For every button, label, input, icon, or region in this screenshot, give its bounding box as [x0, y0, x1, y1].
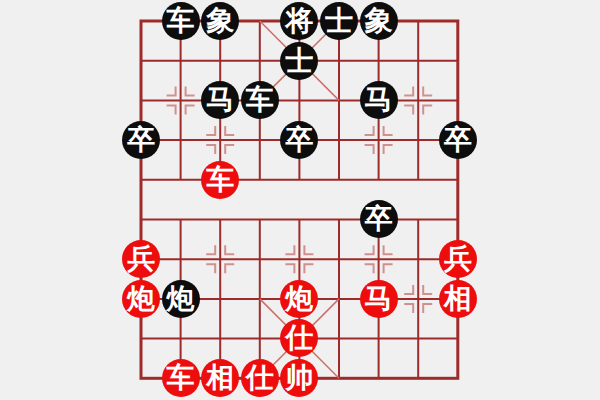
- piece-black-horse[interactable]: 马: [360, 81, 398, 119]
- piece-black-advisor[interactable]: 士: [320, 2, 358, 40]
- pieces-layer: 车象将士象士马车马卒卒卒车卒兵兵炮炮炮马相仕车相仕帅: [121, 1, 477, 398]
- piece-red-chariot[interactable]: 车: [201, 161, 239, 199]
- piece-red-horse[interactable]: 马: [360, 280, 398, 318]
- piece-red-cannon[interactable]: 炮: [280, 280, 318, 318]
- piece-black-cannon[interactable]: 炮: [162, 280, 200, 318]
- piece-red-cannon[interactable]: 炮: [122, 280, 160, 318]
- piece-red-elephant[interactable]: 相: [201, 359, 239, 397]
- piece-black-soldier[interactable]: 卒: [360, 200, 398, 238]
- piece-red-advisor[interactable]: 仕: [241, 359, 279, 397]
- piece-black-chariot[interactable]: 车: [162, 2, 200, 40]
- piece-black-soldier[interactable]: 卒: [122, 121, 160, 159]
- piece-black-soldier[interactable]: 卒: [280, 121, 318, 159]
- piece-black-elephant[interactable]: 象: [360, 2, 398, 40]
- piece-red-soldier[interactable]: 兵: [122, 240, 160, 278]
- piece-black-elephant[interactable]: 象: [201, 2, 239, 40]
- piece-black-soldier[interactable]: 卒: [439, 121, 477, 159]
- piece-black-chariot[interactable]: 车: [241, 81, 279, 119]
- piece-red-chariot[interactable]: 车: [162, 359, 200, 397]
- piece-red-elephant[interactable]: 相: [439, 280, 477, 318]
- piece-black-advisor[interactable]: 士: [280, 42, 318, 80]
- piece-black-horse[interactable]: 马: [201, 81, 239, 119]
- piece-red-general[interactable]: 帅: [280, 359, 318, 397]
- xiangqi-board: 车象将士象士马车马卒卒卒车卒兵兵炮炮炮马相仕车相仕帅: [0, 0, 600, 400]
- piece-red-soldier[interactable]: 兵: [439, 240, 477, 278]
- piece-black-general[interactable]: 将: [280, 2, 318, 40]
- piece-red-advisor[interactable]: 仕: [280, 319, 318, 357]
